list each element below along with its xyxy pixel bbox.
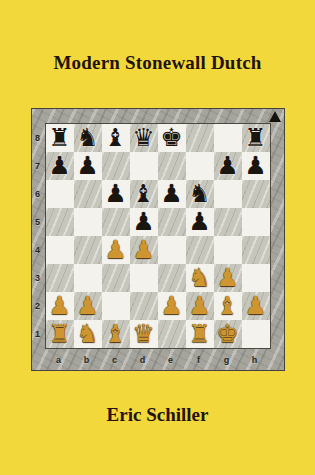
square-g2: ♝ (214, 292, 242, 320)
chess-board: ♜♞♝♛♚♜♟♟♟♟♟♝♟♞♟♟♟♟♞♟♟♟♟♟♝♟♜♞♝♛♜♚ (45, 123, 271, 349)
black-bishop-piece: ♝ (104, 124, 126, 152)
square-h2: ♟ (242, 292, 270, 320)
square-f7 (186, 152, 214, 180)
square-h5 (242, 208, 270, 236)
white-king-piece: ♚ (216, 320, 238, 348)
square-d8: ♛ (130, 124, 158, 152)
square-h3 (242, 264, 270, 292)
white-pawn-piece: ♟ (244, 292, 266, 320)
file-label-h: h (241, 350, 269, 370)
square-e5 (158, 208, 186, 236)
file-label-f: f (185, 350, 213, 370)
white-pawn-piece: ♟ (216, 264, 238, 292)
square-a5 (46, 208, 74, 236)
white-pawn-piece: ♟ (160, 292, 182, 320)
square-c7 (102, 152, 130, 180)
square-h8: ♜ (242, 124, 270, 152)
square-h1 (242, 320, 270, 348)
file-label-c: c (101, 350, 129, 370)
square-a2: ♟ (46, 292, 74, 320)
square-e4 (158, 236, 186, 264)
white-knight-piece: ♞ (188, 264, 210, 292)
file-label-a: a (45, 350, 73, 370)
white-rook-piece: ♜ (188, 320, 210, 348)
black-pawn-piece: ♟ (104, 180, 126, 208)
black-pawn-piece: ♟ (160, 180, 182, 208)
white-pawn-piece: ♟ (104, 236, 126, 264)
square-d2 (130, 292, 158, 320)
square-b1: ♞ (74, 320, 102, 348)
square-b7: ♟ (74, 152, 102, 180)
rank-label-7: 7 (32, 152, 44, 180)
square-d3 (130, 264, 158, 292)
square-g5 (214, 208, 242, 236)
white-to-move-triangle-icon (269, 111, 281, 122)
black-pawn-piece: ♟ (48, 152, 70, 180)
square-g3: ♟ (214, 264, 242, 292)
square-d1: ♛ (130, 320, 158, 348)
square-b2: ♟ (74, 292, 102, 320)
square-g7: ♟ (214, 152, 242, 180)
square-c2 (102, 292, 130, 320)
rank-label-8: 8 (32, 124, 44, 152)
square-f3: ♞ (186, 264, 214, 292)
black-rook-piece: ♜ (48, 124, 70, 152)
square-b3 (74, 264, 102, 292)
white-pawn-piece: ♟ (76, 292, 98, 320)
rank-label-1: 1 (32, 320, 44, 348)
white-bishop-piece: ♝ (104, 320, 126, 348)
square-a8: ♜ (46, 124, 74, 152)
rank-label-5: 5 (32, 208, 44, 236)
square-e8: ♚ (158, 124, 186, 152)
black-bishop-piece: ♝ (132, 180, 154, 208)
square-d6: ♝ (130, 180, 158, 208)
author-name: Eric Schiller (0, 404, 315, 426)
square-g8 (214, 124, 242, 152)
square-h4 (242, 236, 270, 264)
square-b4 (74, 236, 102, 264)
square-b8: ♞ (74, 124, 102, 152)
square-e3 (158, 264, 186, 292)
file-label-b: b (73, 350, 101, 370)
black-pawn-piece: ♟ (188, 208, 210, 236)
square-c1: ♝ (102, 320, 130, 348)
file-label-d: d (129, 350, 157, 370)
black-queen-piece: ♛ (132, 124, 154, 152)
square-a3 (46, 264, 74, 292)
black-rook-piece: ♜ (244, 124, 266, 152)
square-e1 (158, 320, 186, 348)
square-a4 (46, 236, 74, 264)
white-queen-piece: ♛ (132, 320, 154, 348)
square-a1: ♜ (46, 320, 74, 348)
black-pawn-piece: ♟ (216, 152, 238, 180)
black-knight-piece: ♞ (188, 180, 210, 208)
white-rook-piece: ♜ (48, 320, 70, 348)
chess-board-frame: ♜♞♝♛♚♜♟♟♟♟♟♝♟♞♟♟♟♟♞♟♟♟♟♟♝♟♜♞♝♛♜♚ abcdefg… (31, 108, 285, 371)
square-f8 (186, 124, 214, 152)
square-e7 (158, 152, 186, 180)
square-b6 (74, 180, 102, 208)
square-e2: ♟ (158, 292, 186, 320)
rank-label-3: 3 (32, 264, 44, 292)
white-pawn-piece: ♟ (188, 292, 210, 320)
black-knight-piece: ♞ (76, 124, 98, 152)
file-labels: abcdefgh (45, 350, 269, 370)
file-label-g: g (213, 350, 241, 370)
square-h6 (242, 180, 270, 208)
black-pawn-piece: ♟ (76, 152, 98, 180)
black-pawn-piece: ♟ (244, 152, 266, 180)
square-e6: ♟ (158, 180, 186, 208)
square-h7: ♟ (242, 152, 270, 180)
square-d5: ♟ (130, 208, 158, 236)
square-b5 (74, 208, 102, 236)
square-d4: ♟ (130, 236, 158, 264)
rank-label-6: 6 (32, 180, 44, 208)
black-king-piece: ♚ (160, 124, 182, 152)
square-a7: ♟ (46, 152, 74, 180)
book-title: Modern Stonewall Dutch (0, 0, 315, 74)
square-f2: ♟ (186, 292, 214, 320)
square-c6: ♟ (102, 180, 130, 208)
file-label-e: e (157, 350, 185, 370)
square-a6 (46, 180, 74, 208)
square-c5 (102, 208, 130, 236)
square-c3 (102, 264, 130, 292)
square-f1: ♜ (186, 320, 214, 348)
square-f6: ♞ (186, 180, 214, 208)
square-f4 (186, 236, 214, 264)
white-knight-piece: ♞ (76, 320, 98, 348)
square-f5: ♟ (186, 208, 214, 236)
rank-label-4: 4 (32, 236, 44, 264)
square-g1: ♚ (214, 320, 242, 348)
square-g6 (214, 180, 242, 208)
white-pawn-piece: ♟ (132, 236, 154, 264)
white-pawn-piece: ♟ (48, 292, 70, 320)
rank-label-2: 2 (32, 292, 44, 320)
square-c4: ♟ (102, 236, 130, 264)
white-bishop-piece: ♝ (216, 292, 238, 320)
square-d7 (130, 152, 158, 180)
square-g4 (214, 236, 242, 264)
book-cover: Modern Stonewall Dutch ♜♞♝♛♚♜♟♟♟♟♟♝♟♞♟♟♟… (0, 0, 315, 475)
square-c8: ♝ (102, 124, 130, 152)
black-pawn-piece: ♟ (132, 208, 154, 236)
